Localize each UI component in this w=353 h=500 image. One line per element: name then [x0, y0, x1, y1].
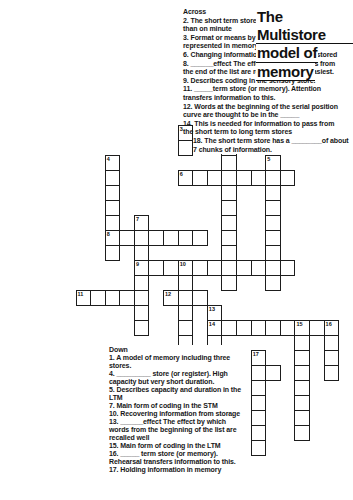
- cell-number: 8: [107, 231, 110, 237]
- grid-cell[interactable]: [105, 200, 121, 216]
- grid-cell[interactable]: [280, 260, 296, 276]
- grid-cell[interactable]: 16: [324, 320, 340, 336]
- grid-cell[interactable]: [280, 320, 296, 336]
- clue-line: the short term to long term stores: [183, 128, 349, 137]
- grid-cell[interactable]: [134, 320, 150, 336]
- grid-cell[interactable]: [119, 230, 135, 246]
- grid-cell[interactable]: [265, 320, 281, 336]
- grid-cell[interactable]: [178, 305, 194, 321]
- grid-cell[interactable]: [178, 320, 194, 336]
- grid-cell[interactable]: 14: [207, 320, 223, 336]
- grid-cell[interactable]: [265, 365, 281, 381]
- grid-cell[interactable]: [265, 245, 281, 261]
- grid-cell[interactable]: [251, 365, 267, 381]
- grid-cell[interactable]: [294, 410, 310, 426]
- grid-cell[interactable]: [192, 290, 208, 306]
- clue-line: stores.: [109, 362, 251, 370]
- cell-number: 10: [180, 261, 186, 267]
- cell-number: 4: [107, 156, 110, 162]
- grid-cell[interactable]: [251, 320, 267, 336]
- cell-number: 14: [209, 321, 215, 327]
- down-clues: Down 1. A model of memory including thre…: [109, 345, 251, 478]
- grid-cell[interactable]: [105, 215, 121, 231]
- clue-line: 18. The short term store has a ________o…: [193, 137, 349, 146]
- cell-number: 17: [253, 351, 259, 357]
- grid-cell[interactable]: [221, 155, 237, 171]
- grid-cell[interactable]: [221, 185, 237, 201]
- grid-cell[interactable]: [221, 170, 237, 186]
- grid-cell[interactable]: 15: [294, 320, 310, 336]
- grid-cell[interactable]: [221, 215, 237, 231]
- grid-cell[interactable]: [251, 380, 267, 396]
- clue-line: LTM: [109, 394, 251, 402]
- cell-number: 12: [165, 291, 171, 297]
- grid-cell[interactable]: [192, 170, 208, 186]
- grid-cell[interactable]: [148, 230, 164, 246]
- cell-number: 6: [180, 171, 183, 177]
- grid-cell[interactable]: [294, 425, 310, 441]
- clue-line: 4. _________ store (or register). High: [109, 370, 251, 378]
- cell-number: 7: [136, 216, 139, 222]
- grid-cell[interactable]: [134, 290, 150, 306]
- grid-cell[interactable]: [134, 275, 150, 291]
- grid-cell[interactable]: [207, 170, 223, 186]
- grid-cell[interactable]: [148, 260, 164, 276]
- grid-cell[interactable]: [221, 275, 237, 291]
- grid-cell[interactable]: 6: [178, 170, 194, 186]
- clue-line: 13. ______effect The effect by which: [109, 418, 251, 426]
- clue-line: 15. Main form of coding in the LTM: [109, 442, 251, 450]
- grid-cell[interactable]: [294, 395, 310, 411]
- clue-line: 11. _____term store (or memory). Attenti…: [183, 85, 349, 94]
- grid-cell[interactable]: [265, 185, 281, 201]
- clue-line: Rehearsal transfers information to this.: [109, 458, 251, 466]
- grid-cell[interactable]: [236, 170, 252, 186]
- grid-cell[interactable]: [134, 305, 150, 321]
- grid-cell[interactable]: [163, 230, 179, 246]
- grid-cell[interactable]: [265, 215, 281, 231]
- grid-cell[interactable]: [163, 260, 179, 276]
- cell-number: 13: [209, 306, 215, 312]
- grid-cell[interactable]: [265, 260, 281, 276]
- grid-cell[interactable]: [119, 290, 135, 306]
- grid-cell[interactable]: [251, 260, 267, 276]
- cell-number: 16: [326, 321, 332, 327]
- grid-cell[interactable]: [134, 245, 150, 261]
- grid-cell[interactable]: 11: [76, 290, 92, 306]
- clue-line: words from the beginning of the list are: [109, 426, 251, 434]
- grid-cell[interactable]: 17: [251, 350, 267, 366]
- down-heading: Down: [109, 346, 251, 354]
- grid-cell[interactable]: 9: [134, 260, 150, 276]
- grid-cell[interactable]: 5: [265, 155, 281, 171]
- grid-cell[interactable]: 8: [105, 230, 121, 246]
- clue-line: 7 chunks of information.: [193, 146, 272, 155]
- grid-cell[interactable]: [294, 350, 310, 366]
- grid-cell[interactable]: [221, 230, 237, 246]
- grid-cell[interactable]: [105, 290, 121, 306]
- grid-cell[interactable]: [265, 200, 281, 216]
- grid-cell[interactable]: [280, 170, 296, 186]
- clue-line: 12. Words at the beginning of the serial…: [183, 103, 349, 112]
- grid-cell[interactable]: 13: [207, 305, 223, 321]
- grid-cell[interactable]: [134, 230, 150, 246]
- clue-line: 14. This is needed for information to pa…: [183, 120, 349, 129]
- clue-line: transfers information to this.: [183, 94, 349, 103]
- page-title: The Multistore model of memory: [256, 8, 353, 81]
- grid-cell[interactable]: [221, 245, 237, 261]
- crossword-worksheet: { "game": "crossword", "worksheet_title"…: [0, 0, 353, 500]
- clue-line: curve are thought to be in the _____: [183, 111, 349, 120]
- grid-cell[interactable]: [251, 425, 267, 441]
- grid-cell[interactable]: [236, 320, 252, 336]
- grid-cell[interactable]: [178, 230, 194, 246]
- grid-cell[interactable]: 12: [163, 290, 179, 306]
- grid-cell[interactable]: 7: [134, 215, 150, 231]
- grid-cell[interactable]: [221, 200, 237, 216]
- clue-line: 10. Recovering information from storage: [109, 410, 251, 418]
- clue-line: 1. A model of memory including three: [109, 354, 251, 362]
- grid-cell[interactable]: [294, 365, 310, 381]
- grid-cell[interactable]: [207, 260, 223, 276]
- clue-line: 5. Describes capacity and duration in th…: [109, 386, 251, 394]
- grid-cell[interactable]: [90, 290, 106, 306]
- grid-cell[interactable]: [178, 290, 194, 306]
- cell-number: 15: [296, 321, 302, 327]
- grid-cell[interactable]: [192, 230, 208, 246]
- grid-cell[interactable]: [105, 170, 121, 186]
- grid-cell[interactable]: [294, 380, 310, 396]
- grid-cell[interactable]: [324, 335, 340, 351]
- grid-cell[interactable]: [265, 170, 281, 186]
- grid-cell[interactable]: [265, 275, 281, 291]
- grid-cell[interactable]: [251, 440, 267, 456]
- grid-cell[interactable]: [192, 260, 208, 276]
- clue-line: recalled well: [109, 434, 251, 442]
- grid-cell[interactable]: [105, 245, 121, 261]
- grid-cell[interactable]: [324, 350, 340, 366]
- title-line-2: model of: [256, 44, 318, 63]
- cell-number: 5: [267, 156, 270, 162]
- grid-cell[interactable]: [221, 320, 237, 336]
- grid-cell[interactable]: [251, 170, 267, 186]
- grid-cell[interactable]: [294, 335, 310, 351]
- grid-cell[interactable]: [105, 185, 121, 201]
- grid-cell[interactable]: 10: [178, 260, 194, 276]
- grid-cell[interactable]: [324, 365, 340, 381]
- grid-cell[interactable]: [236, 260, 252, 276]
- clue-line: capacity but very short duration.: [109, 378, 251, 386]
- clue-line: 7. Main form of coding in the STM: [109, 402, 251, 410]
- grid-cell[interactable]: [251, 410, 267, 426]
- grid-cell[interactable]: [309, 320, 325, 336]
- title-line-1: The Multistore: [256, 8, 353, 44]
- clue-line: 16. _____ term store (or memory).: [109, 450, 251, 458]
- grid-cell[interactable]: 4: [105, 155, 121, 171]
- cell-number: 11: [78, 291, 84, 297]
- grid-cell[interactable]: [178, 275, 194, 291]
- grid-cell[interactable]: [221, 260, 237, 276]
- grid-cell[interactable]: [251, 395, 267, 411]
- cell-number: 9: [136, 261, 139, 267]
- clue-line: 17. Holding information in memory: [109, 466, 251, 474]
- grid-cell[interactable]: [265, 230, 281, 246]
- title-line-3: memory: [256, 63, 315, 82]
- down-clue-list: 1. A model of memory including threestor…: [109, 354, 251, 474]
